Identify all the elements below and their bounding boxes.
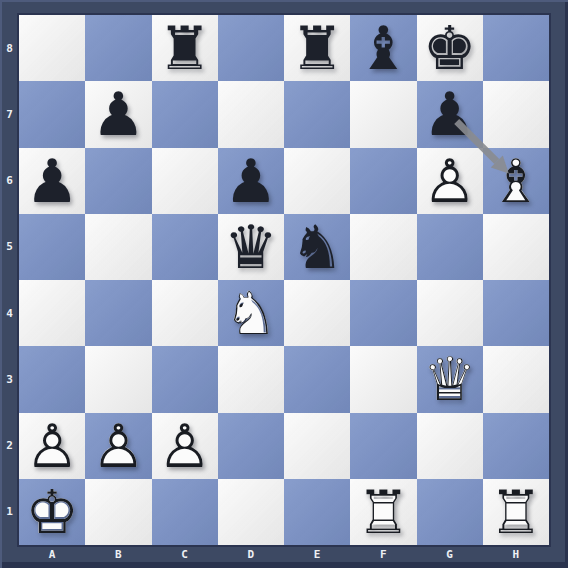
piece-black-pawn-g7[interactable]: ♟ — [417, 81, 483, 147]
square-g4[interactable] — [417, 280, 483, 346]
piece-black-rook-e8[interactable]: ♜ — [284, 15, 350, 81]
rank-label-2: 2 — [2, 439, 17, 452]
square-a6[interactable]: ♟ — [19, 148, 85, 214]
square-e4[interactable] — [284, 280, 350, 346]
square-g2[interactable] — [417, 413, 483, 479]
chess-board[interactable]: ♜♜♝♚♟♟♟♟♙♗♛♞♘♕♙♙♙♔♖♖ — [19, 15, 549, 545]
square-h2[interactable] — [483, 413, 549, 479]
square-b2[interactable]: ♙ — [85, 413, 151, 479]
square-e5[interactable]: ♞ — [284, 214, 350, 280]
piece-black-pawn-d6[interactable]: ♟ — [218, 148, 284, 214]
square-a5[interactable] — [19, 214, 85, 280]
piece-white-pawn-a2[interactable]: ♙ — [19, 413, 85, 479]
rank-label-1: 1 — [2, 505, 17, 518]
square-d4[interactable]: ♘ — [218, 280, 284, 346]
square-b4[interactable] — [85, 280, 151, 346]
square-d8[interactable] — [218, 15, 284, 81]
square-b8[interactable] — [85, 15, 151, 81]
square-f8[interactable]: ♝ — [350, 15, 416, 81]
square-c2[interactable]: ♙ — [152, 413, 218, 479]
square-h8[interactable] — [483, 15, 549, 81]
square-c6[interactable] — [152, 148, 218, 214]
piece-white-knight-d4[interactable]: ♘ — [218, 280, 284, 346]
square-e7[interactable] — [284, 81, 350, 147]
square-b6[interactable] — [85, 148, 151, 214]
square-d2[interactable] — [218, 413, 284, 479]
file-label-b: B — [85, 548, 151, 561]
square-h6[interactable]: ♗ — [483, 148, 549, 214]
square-h1[interactable]: ♖ — [483, 479, 549, 545]
rank-label-5: 5 — [2, 240, 17, 253]
square-g5[interactable] — [417, 214, 483, 280]
square-d1[interactable] — [218, 479, 284, 545]
piece-white-bishop-h6[interactable]: ♗ — [483, 148, 549, 214]
square-d5[interactable]: ♛ — [218, 214, 284, 280]
rank-label-4: 4 — [2, 307, 17, 320]
square-d6[interactable]: ♟ — [218, 148, 284, 214]
rank-label-8: 8 — [2, 42, 17, 55]
square-h4[interactable] — [483, 280, 549, 346]
square-a8[interactable] — [19, 15, 85, 81]
square-f5[interactable] — [350, 214, 416, 280]
square-f6[interactable] — [350, 148, 416, 214]
square-c7[interactable] — [152, 81, 218, 147]
piece-white-rook-f1[interactable]: ♖ — [350, 479, 416, 545]
square-h3[interactable] — [483, 346, 549, 412]
file-label-f: F — [350, 548, 416, 561]
square-a3[interactable] — [19, 346, 85, 412]
square-b5[interactable] — [85, 214, 151, 280]
square-f1[interactable]: ♖ — [350, 479, 416, 545]
square-d3[interactable] — [218, 346, 284, 412]
square-a2[interactable]: ♙ — [19, 413, 85, 479]
square-b7[interactable]: ♟ — [85, 81, 151, 147]
file-label-a: A — [19, 548, 85, 561]
file-label-h: H — [483, 548, 549, 561]
square-f2[interactable] — [350, 413, 416, 479]
square-f3[interactable] — [350, 346, 416, 412]
square-c1[interactable] — [152, 479, 218, 545]
square-e2[interactable] — [284, 413, 350, 479]
piece-white-queen-g3[interactable]: ♕ — [417, 346, 483, 412]
square-c3[interactable] — [152, 346, 218, 412]
piece-black-knight-e5[interactable]: ♞ — [284, 214, 350, 280]
square-g8[interactable]: ♚ — [417, 15, 483, 81]
rank-label-7: 7 — [2, 108, 17, 121]
file-label-d: D — [218, 548, 284, 561]
square-g3[interactable]: ♕ — [417, 346, 483, 412]
piece-white-rook-h1[interactable]: ♖ — [483, 479, 549, 545]
square-e6[interactable] — [284, 148, 350, 214]
piece-black-pawn-b7[interactable]: ♟ — [85, 81, 151, 147]
rank-label-6: 6 — [2, 174, 17, 187]
piece-white-king-a1[interactable]: ♔ — [19, 479, 85, 545]
file-label-g: G — [417, 548, 483, 561]
square-b3[interactable] — [85, 346, 151, 412]
square-c4[interactable] — [152, 280, 218, 346]
chess-board-frame: 87654321 ABCDEFGH ♜♜♝♚♟♟♟♟♙♗♛♞♘♕♙♙♙♔♖♖ — [0, 0, 568, 568]
piece-white-pawn-g6[interactable]: ♙ — [417, 148, 483, 214]
square-f7[interactable] — [350, 81, 416, 147]
square-a4[interactable] — [19, 280, 85, 346]
square-e1[interactable] — [284, 479, 350, 545]
square-e8[interactable]: ♜ — [284, 15, 350, 81]
piece-white-pawn-c2[interactable]: ♙ — [152, 413, 218, 479]
piece-black-bishop-f8[interactable]: ♝ — [350, 15, 416, 81]
square-c5[interactable] — [152, 214, 218, 280]
piece-black-queen-d5[interactable]: ♛ — [218, 214, 284, 280]
file-label-e: E — [284, 548, 350, 561]
square-d7[interactable] — [218, 81, 284, 147]
piece-black-king-g8[interactable]: ♚ — [417, 15, 483, 81]
rank-label-3: 3 — [2, 373, 17, 386]
file-label-c: C — [152, 548, 218, 561]
square-a1[interactable]: ♔ — [19, 479, 85, 545]
square-c8[interactable]: ♜ — [152, 15, 218, 81]
square-g6[interactable]: ♙ — [417, 148, 483, 214]
piece-black-pawn-a6[interactable]: ♟ — [19, 148, 85, 214]
square-f4[interactable] — [350, 280, 416, 346]
piece-black-rook-c8[interactable]: ♜ — [152, 15, 218, 81]
square-a7[interactable] — [19, 81, 85, 147]
piece-white-pawn-b2[interactable]: ♙ — [85, 413, 151, 479]
square-g7[interactable]: ♟ — [417, 81, 483, 147]
square-h5[interactable] — [483, 214, 549, 280]
square-h7[interactable] — [483, 81, 549, 147]
square-b1[interactable] — [85, 479, 151, 545]
square-g1[interactable] — [417, 479, 483, 545]
square-e3[interactable] — [284, 346, 350, 412]
